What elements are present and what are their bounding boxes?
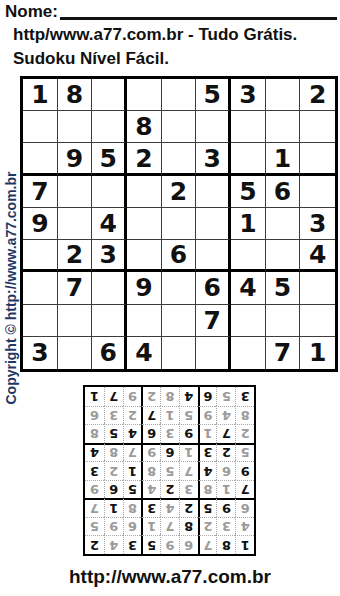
sudoku-cell-r5c7: 1: [231, 208, 266, 240]
sudoku-cell-r2c8: [266, 111, 301, 143]
sudoku-cell-r6c2: 2: [58, 240, 93, 272]
sudoku-cell-r6c4: [127, 240, 162, 272]
solution-cell-r1c3: 7: [198, 535, 217, 554]
solution-cell-r2c8: 9: [104, 517, 123, 536]
sudoku-cell-r4c5: 2: [162, 176, 197, 208]
sudoku-cell-r6c3: 3: [92, 240, 127, 272]
sudoku-cell-r7c9: [300, 272, 335, 304]
solution-cell-r7c1: 2: [235, 424, 254, 443]
sudoku-cell-r6c8: [266, 240, 301, 272]
sudoku-cell-r9c3: 6: [92, 337, 127, 369]
solution-cell-r6c7: 7: [123, 443, 142, 462]
sudoku-cell-r2c5: [162, 111, 197, 143]
solution-cell-r1c5: 9: [160, 535, 179, 554]
sudoku-cell-r1c5: [162, 79, 197, 111]
solution-cell-r6c9: 4: [85, 443, 104, 462]
solution-cell-r8c1: 8: [235, 406, 254, 425]
sudoku-cell-r7c6: 6: [196, 272, 231, 304]
vertical-copyright-text: Copyright © http://www.a77.com.br: [3, 171, 19, 404]
sudoku-cell-r6c5: 6: [162, 240, 197, 272]
sudoku-cell-r8c3: [92, 305, 127, 337]
solution-cell-r6c1: 5: [235, 443, 254, 462]
solution-cell-r3c7: 8: [123, 498, 142, 517]
solution-cell-r1c7: 3: [123, 535, 142, 554]
sudoku-cell-r7c5: [162, 272, 197, 304]
sudoku-cell-r4c2: [58, 176, 93, 208]
sudoku-cell-r6c7: [231, 240, 266, 272]
sudoku-cell-r3c7: [231, 143, 266, 175]
solution-cell-r4c3: 8: [198, 480, 217, 499]
sudoku-cell-r1c7: 3: [231, 79, 266, 111]
solution-cell-r3c4: 2: [179, 498, 198, 517]
sudoku-cell-r3c1: [23, 143, 58, 175]
solution-cell-r1c1: 1: [235, 535, 254, 554]
sudoku-cell-r7c8: 5: [266, 272, 301, 304]
sudoku-cell-r7c1: [23, 272, 58, 304]
sudoku-cell-r9c8: 7: [266, 337, 301, 369]
solution-cell-r9c4: 4: [179, 387, 198, 406]
solution-cell-r5c3: 4: [198, 461, 217, 480]
solution-cell-r4c5: 2: [160, 480, 179, 499]
solution-cell-r3c5: 4: [160, 498, 179, 517]
sudoku-grid: 1853289523172569413236479645736471: [20, 76, 338, 372]
solution-cell-r4c8: 6: [104, 480, 123, 499]
sudoku-cell-r5c9: 3: [300, 208, 335, 240]
sudoku-cell-r4c1: 7: [23, 176, 58, 208]
sudoku-cell-r8c7: [231, 305, 266, 337]
sudoku-worksheet: Nome: http/www.a77.com.br - Tudo Grátis.…: [0, 0, 340, 596]
sudoku-cell-r1c6: 5: [196, 79, 231, 111]
sudoku-cell-r7c7: 4: [231, 272, 266, 304]
solution-cell-r3c1: 6: [235, 498, 254, 517]
sudoku-cell-r5c4: [127, 208, 162, 240]
solution-cell-r7c5: 3: [160, 424, 179, 443]
sudoku-cell-r9c4: 4: [127, 337, 162, 369]
sudoku-cell-r2c9: [300, 111, 335, 143]
sudoku-cell-r7c3: [92, 272, 127, 304]
sudoku-cell-r3c3: 5: [92, 143, 127, 175]
solution-cell-r5c6: 8: [141, 461, 160, 480]
solution-cell-r5c7: 1: [123, 461, 142, 480]
sudoku-cell-r4c8: 6: [266, 176, 301, 208]
solution-cell-r8c2: 4: [216, 406, 235, 425]
solution-cell-r3c9: 7: [85, 498, 104, 517]
sudoku-cell-r3c5: [162, 143, 197, 175]
sudoku-cell-r2c1: [23, 111, 58, 143]
solution-cell-r8c5: 1: [160, 406, 179, 425]
solution-cell-r4c2: 1: [216, 480, 235, 499]
sudoku-cell-r7c4: 9: [127, 272, 162, 304]
solution-cell-r5c5: 5: [160, 461, 179, 480]
sudoku-cell-r9c5: [162, 337, 197, 369]
sudoku-cell-r8c8: [266, 305, 301, 337]
solution-cell-r7c2: 7: [216, 424, 235, 443]
solution-cell-r9c5: 8: [160, 387, 179, 406]
solution-cell-r7c9: 8: [85, 424, 104, 443]
solution-cell-r5c4: 7: [179, 461, 198, 480]
site-title: http/www.a77.com.br - Tudo Grátis.: [13, 25, 297, 45]
sudoku-cell-r4c7: 5: [231, 176, 266, 208]
sudoku-cell-r3c4: 2: [127, 143, 162, 175]
solution-cell-r8c6: 7: [141, 406, 160, 425]
solution-cell-r3c8: 1: [104, 498, 123, 517]
solution-cell-r2c4: 8: [179, 517, 198, 536]
solution-cell-r7c7: 4: [123, 424, 142, 443]
sudoku-cell-r3c6: 3: [196, 143, 231, 175]
sudoku-cell-r4c6: [196, 176, 231, 208]
solution-cell-r3c2: 9: [216, 498, 235, 517]
solution-cell-r7c6: 6: [141, 424, 160, 443]
sudoku-cell-r2c4: 8: [127, 111, 162, 143]
solution-grid-rotated: 1876953424328716956952438177183245699647…: [83, 385, 256, 556]
solution-cell-r4c4: 3: [179, 480, 198, 499]
sudoku-cell-r1c3: [92, 79, 127, 111]
solution-cell-r2c6: 1: [141, 517, 160, 536]
sudoku-cell-r4c9: [300, 176, 335, 208]
solution-cell-r4c6: 4: [141, 480, 160, 499]
solution-cell-r2c1: 4: [235, 517, 254, 536]
solution-cell-r2c3: 2: [198, 517, 217, 536]
name-row: Nome:: [5, 2, 337, 22]
solution-cell-r8c8: 3: [104, 406, 123, 425]
solution-cell-r5c8: 2: [104, 461, 123, 480]
solution-cell-r9c3: 6: [198, 387, 217, 406]
sudoku-cell-r2c6: [196, 111, 231, 143]
solution-cell-r6c4: 1: [179, 443, 198, 462]
sudoku-cell-r3c8: 1: [266, 143, 301, 175]
sudoku-cell-r5c3: 4: [92, 208, 127, 240]
solution-cell-r7c3: 1: [198, 424, 217, 443]
solution-cell-r3c6: 3: [141, 498, 160, 517]
solution-cell-r2c7: 6: [123, 517, 142, 536]
name-label: Nome:: [5, 2, 58, 22]
sudoku-cell-r1c8: [266, 79, 301, 111]
solution-cell-r6c5: 6: [160, 443, 179, 462]
sudoku-cell-r3c2: 9: [58, 143, 93, 175]
sudoku-cell-r8c1: [23, 305, 58, 337]
sudoku-cell-r6c1: [23, 240, 58, 272]
sudoku-cell-r3c9: [300, 143, 335, 175]
solution-cell-r9c6: 2: [141, 387, 160, 406]
level-title: Sudoku Nível Fácil.: [13, 49, 169, 69]
footer-url: http://www.a77.com.br: [0, 566, 340, 588]
sudoku-cell-r1c2: 8: [58, 79, 93, 111]
solution-cell-r4c1: 7: [235, 480, 254, 499]
solution-cell-r5c2: 6: [216, 461, 235, 480]
name-fill-line: [60, 3, 337, 20]
solution-cell-r9c8: 7: [104, 387, 123, 406]
sudoku-cell-r8c9: [300, 305, 335, 337]
solution-cell-r9c9: 1: [85, 387, 104, 406]
sudoku-cell-r8c2: [58, 305, 93, 337]
sudoku-cell-r4c3: [92, 176, 127, 208]
solution-cell-r7c8: 5: [104, 424, 123, 443]
solution-cell-r4c9: 9: [85, 480, 104, 499]
solution-cell-r1c6: 5: [141, 535, 160, 554]
sudoku-cell-r8c6: 7: [196, 305, 231, 337]
solution-cell-r6c2: 2: [216, 443, 235, 462]
sudoku-cell-r5c5: [162, 208, 197, 240]
solution-cell-r2c2: 3: [216, 517, 235, 536]
sudoku-cell-r2c3: [92, 111, 127, 143]
solution-cell-r2c9: 5: [85, 517, 104, 536]
sudoku-cell-r9c2: [58, 337, 93, 369]
sudoku-cell-r5c6: [196, 208, 231, 240]
sudoku-cell-r1c1: 1: [23, 79, 58, 111]
sudoku-cell-r5c8: [266, 208, 301, 240]
solution-cell-r1c2: 8: [216, 535, 235, 554]
solution-cell-r6c6: 9: [141, 443, 160, 462]
solution-cell-r7c4: 9: [179, 424, 198, 443]
sudoku-cell-r8c4: [127, 305, 162, 337]
solution-cell-r1c4: 6: [179, 535, 198, 554]
solution-cell-r1c9: 2: [85, 535, 104, 554]
sudoku-cell-r2c2: [58, 111, 93, 143]
solution-cell-r1c8: 4: [104, 535, 123, 554]
sudoku-cell-r5c1: 9: [23, 208, 58, 240]
solution-cell-r9c7: 9: [123, 387, 142, 406]
solution-cell-r5c1: 9: [235, 461, 254, 480]
solution-cell-r6c3: 3: [198, 443, 217, 462]
sudoku-cell-r5c2: [58, 208, 93, 240]
sudoku-cell-r1c4: [127, 79, 162, 111]
sudoku-cell-r4c4: [127, 176, 162, 208]
solution-cell-r8c3: 9: [198, 406, 217, 425]
solution-cell-r8c7: 2: [123, 406, 142, 425]
sudoku-cell-r1c9: 2: [300, 79, 335, 111]
sudoku-cell-r9c7: [231, 337, 266, 369]
sudoku-cell-r8c5: [162, 305, 197, 337]
sudoku-cell-r9c1: 3: [23, 337, 58, 369]
sudoku-cell-r7c2: 7: [58, 272, 93, 304]
solution-cell-r9c1: 3: [235, 387, 254, 406]
solution-cell-r8c4: 5: [179, 406, 198, 425]
solution-cell-r4c7: 5: [123, 480, 142, 499]
solution-cell-r5c9: 3: [85, 461, 104, 480]
sudoku-cell-r6c6: [196, 240, 231, 272]
sudoku-cell-r9c6: [196, 337, 231, 369]
solution-cell-r2c5: 7: [160, 517, 179, 536]
solution-cell-r3c3: 5: [198, 498, 217, 517]
solution-cell-r9c2: 5: [216, 387, 235, 406]
sudoku-cell-r2c7: [231, 111, 266, 143]
solution-cell-r6c8: 8: [104, 443, 123, 462]
sudoku-cell-r9c9: 1: [300, 337, 335, 369]
solution-cell-r8c9: 6: [85, 406, 104, 425]
sudoku-cell-r6c9: 4: [300, 240, 335, 272]
